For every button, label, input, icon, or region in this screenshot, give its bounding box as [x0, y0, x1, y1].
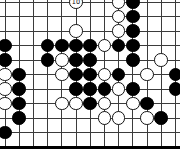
- black-stone: [126, 82, 140, 96]
- white-stone: [69, 24, 83, 38]
- black-stone: [126, 53, 140, 67]
- black-stone: [83, 97, 97, 111]
- black-stone: [98, 82, 112, 96]
- white-stone: [140, 68, 154, 82]
- white-stone: [55, 68, 69, 82]
- white-stone: [112, 82, 126, 96]
- black-stone: [69, 53, 83, 67]
- board-grid-horizontal-line: [0, 16, 180, 17]
- black-stone: [0, 53, 12, 67]
- black-stone: [55, 39, 69, 53]
- black-stone: [0, 39, 12, 53]
- white-stone: [112, 0, 126, 9]
- black-stone: [0, 126, 12, 140]
- white-stone: [140, 111, 154, 125]
- black-stone: [169, 82, 180, 96]
- black-stone: [140, 97, 154, 111]
- white-stone: [98, 111, 112, 125]
- black-stone: [12, 68, 26, 82]
- white-stone: [55, 53, 69, 67]
- black-stone: [83, 82, 97, 96]
- black-stone: [12, 97, 26, 111]
- white-stone: [0, 82, 12, 96]
- white-stone: [112, 24, 126, 38]
- white-stone: [98, 39, 112, 53]
- white-stone: [112, 10, 126, 24]
- black-stone: [69, 68, 83, 82]
- white-stone: [0, 97, 12, 111]
- white-stone: [126, 97, 140, 111]
- move-number-label: 10: [72, 0, 80, 6]
- white-stone: [0, 68, 12, 82]
- black-stone: [69, 82, 83, 96]
- white-stone: [55, 97, 69, 111]
- board-bottom-edge-line: [0, 146, 180, 149]
- board-grid-horizontal-line: [0, 31, 180, 32]
- black-stone: [83, 39, 97, 53]
- black-stone: [154, 111, 168, 125]
- board-grid-horizontal-line: [0, 132, 180, 133]
- black-stone: [69, 39, 83, 53]
- black-stone: [169, 68, 180, 82]
- white-stone: [154, 53, 168, 67]
- white-stone-move-10: 10: [69, 0, 83, 9]
- black-stone: [83, 53, 97, 67]
- black-stone: [12, 111, 26, 125]
- black-stone: [112, 68, 126, 82]
- white-stone: [98, 68, 112, 82]
- white-stone: [98, 97, 112, 111]
- black-stone: [12, 82, 26, 96]
- go-board-diagram: 10: [0, 0, 180, 154]
- black-stone: [112, 39, 126, 53]
- black-stone: [126, 39, 140, 53]
- black-stone: [83, 68, 97, 82]
- black-stone: [126, 24, 140, 38]
- black-stone: [126, 0, 140, 9]
- white-stone: [69, 97, 83, 111]
- black-stone: [126, 10, 140, 24]
- black-stone: [41, 39, 55, 53]
- black-stone: [41, 53, 55, 67]
- board-grid-horizontal-line: [0, 2, 180, 3]
- white-stone: [112, 111, 126, 125]
